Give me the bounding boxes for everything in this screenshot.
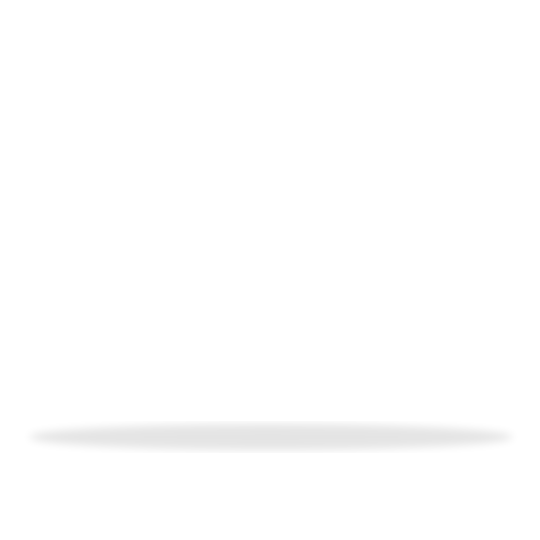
chessboard-photo: [0, 0, 540, 540]
board-drop-shadow: [29, 424, 513, 450]
chess-scene: [0, 0, 540, 540]
